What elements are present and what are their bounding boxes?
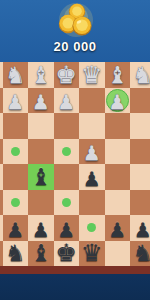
move-hint-dot[interactable] bbox=[11, 147, 20, 156]
white-bishop-f1[interactable]: ♝ bbox=[30, 64, 51, 87]
square-e1[interactable]: ♚ bbox=[54, 62, 80, 88]
square-b2[interactable] bbox=[130, 88, 150, 114]
square-c2[interactable]: ♟ bbox=[105, 88, 131, 114]
white-pawn-d4[interactable]: ♟ bbox=[83, 143, 101, 163]
square-f3[interactable] bbox=[28, 113, 54, 139]
move-hint-dot[interactable] bbox=[62, 198, 71, 207]
coin-balance-text: 20 000 bbox=[54, 39, 97, 54]
square-e6[interactable] bbox=[54, 190, 80, 216]
white-king-e1[interactable]: ♚ bbox=[55, 63, 77, 87]
square-b6[interactable] bbox=[130, 190, 150, 216]
square-f1[interactable]: ♝ bbox=[28, 62, 54, 88]
square-d5[interactable]: ♟ bbox=[79, 164, 105, 190]
background-lower bbox=[0, 274, 150, 300]
square-d6[interactable] bbox=[79, 190, 105, 216]
square-d7[interactable] bbox=[79, 215, 105, 241]
square-f6[interactable] bbox=[28, 190, 54, 216]
square-e7[interactable]: ♟ bbox=[54, 215, 80, 241]
black-pawn-g7[interactable]: ♟ bbox=[6, 220, 24, 240]
black-knight-b8[interactable]: ♞ bbox=[132, 242, 150, 265]
square-d2[interactable] bbox=[79, 88, 105, 114]
square-f2[interactable]: ♟ bbox=[28, 88, 54, 114]
square-b3[interactable] bbox=[130, 113, 150, 139]
black-king-e8[interactable]: ♚ bbox=[55, 241, 77, 265]
white-knight-b1[interactable]: ♞ bbox=[132, 64, 150, 87]
square-f5[interactable]: ♝ bbox=[28, 164, 54, 190]
black-pawn-d5[interactable]: ♟ bbox=[83, 169, 101, 189]
square-e3[interactable] bbox=[54, 113, 80, 139]
square-e4[interactable] bbox=[54, 139, 80, 165]
board-frame-bottom bbox=[0, 266, 150, 274]
square-c5[interactable] bbox=[105, 164, 131, 190]
move-hint-dot[interactable] bbox=[87, 223, 96, 232]
square-g8[interactable]: ♞ bbox=[3, 241, 29, 267]
square-d3[interactable] bbox=[79, 113, 105, 139]
white-pawn-c2[interactable]: ♟ bbox=[108, 92, 126, 112]
black-queen-d8[interactable]: ♛ bbox=[81, 241, 103, 265]
white-knight-g1[interactable]: ♞ bbox=[5, 64, 26, 87]
square-b8[interactable]: ♞ bbox=[130, 241, 150, 267]
square-f7[interactable]: ♟ bbox=[28, 215, 54, 241]
gold-coins-icon bbox=[49, 2, 101, 38]
black-knight-g8[interactable]: ♞ bbox=[5, 242, 26, 265]
square-g1[interactable]: ♞ bbox=[3, 62, 29, 88]
move-hint-dot[interactable] bbox=[62, 147, 71, 156]
square-c8[interactable] bbox=[105, 241, 131, 267]
square-b4[interactable] bbox=[130, 139, 150, 165]
square-g2[interactable]: ♟ bbox=[3, 88, 29, 114]
chess-board[interactable]: ♜♞♝♚♛♝♞♜♟♟♟♟♟♟♟♝♟♟♟♟♟♟♟♟♜♞♝♚♛♞♜ bbox=[0, 62, 150, 266]
white-pawn-f2[interactable]: ♟ bbox=[32, 92, 50, 112]
square-d8[interactable]: ♛ bbox=[79, 241, 105, 267]
black-pawn-e7[interactable]: ♟ bbox=[57, 220, 75, 240]
move-hint-dot[interactable] bbox=[11, 198, 20, 207]
square-f8[interactable]: ♝ bbox=[28, 241, 54, 267]
square-b1[interactable]: ♞ bbox=[130, 62, 150, 88]
coin-balance[interactable]: 20 000 bbox=[0, 2, 150, 58]
square-b5[interactable] bbox=[130, 164, 150, 190]
square-g4[interactable] bbox=[3, 139, 29, 165]
white-pawn-g2[interactable]: ♟ bbox=[6, 92, 24, 112]
square-c4[interactable] bbox=[105, 139, 131, 165]
square-e2[interactable]: ♟ bbox=[54, 88, 80, 114]
square-f4[interactable] bbox=[28, 139, 54, 165]
app-screen: 20 000 ♜♞♝♚♛♝♞♜♟♟♟♟♟♟♟♝♟♟♟♟♟♟♟♟♜♞♝♚♛♞♜ bbox=[0, 0, 150, 300]
square-b7[interactable]: ♟ bbox=[130, 215, 150, 241]
square-c3[interactable] bbox=[105, 113, 131, 139]
white-queen-d1[interactable]: ♛ bbox=[81, 63, 103, 87]
square-c6[interactable] bbox=[105, 190, 131, 216]
square-e8[interactable]: ♚ bbox=[54, 241, 80, 267]
white-pawn-e2[interactable]: ♟ bbox=[57, 92, 75, 112]
black-bishop-f8[interactable]: ♝ bbox=[30, 242, 51, 265]
square-g3[interactable] bbox=[3, 113, 29, 139]
black-pawn-c7[interactable]: ♟ bbox=[108, 220, 126, 240]
black-pawn-f7[interactable]: ♟ bbox=[32, 220, 50, 240]
square-c7[interactable]: ♟ bbox=[105, 215, 131, 241]
square-g7[interactable]: ♟ bbox=[3, 215, 29, 241]
square-d1[interactable]: ♛ bbox=[79, 62, 105, 88]
square-g5[interactable] bbox=[3, 164, 29, 190]
square-e5[interactable] bbox=[54, 164, 80, 190]
black-bishop-f5[interactable]: ♝ bbox=[30, 166, 51, 189]
square-c1[interactable]: ♝ bbox=[105, 62, 131, 88]
square-d4[interactable]: ♟ bbox=[79, 139, 105, 165]
square-g6[interactable] bbox=[3, 190, 29, 216]
white-bishop-c1[interactable]: ♝ bbox=[107, 64, 128, 87]
black-pawn-b7[interactable]: ♟ bbox=[134, 220, 150, 240]
